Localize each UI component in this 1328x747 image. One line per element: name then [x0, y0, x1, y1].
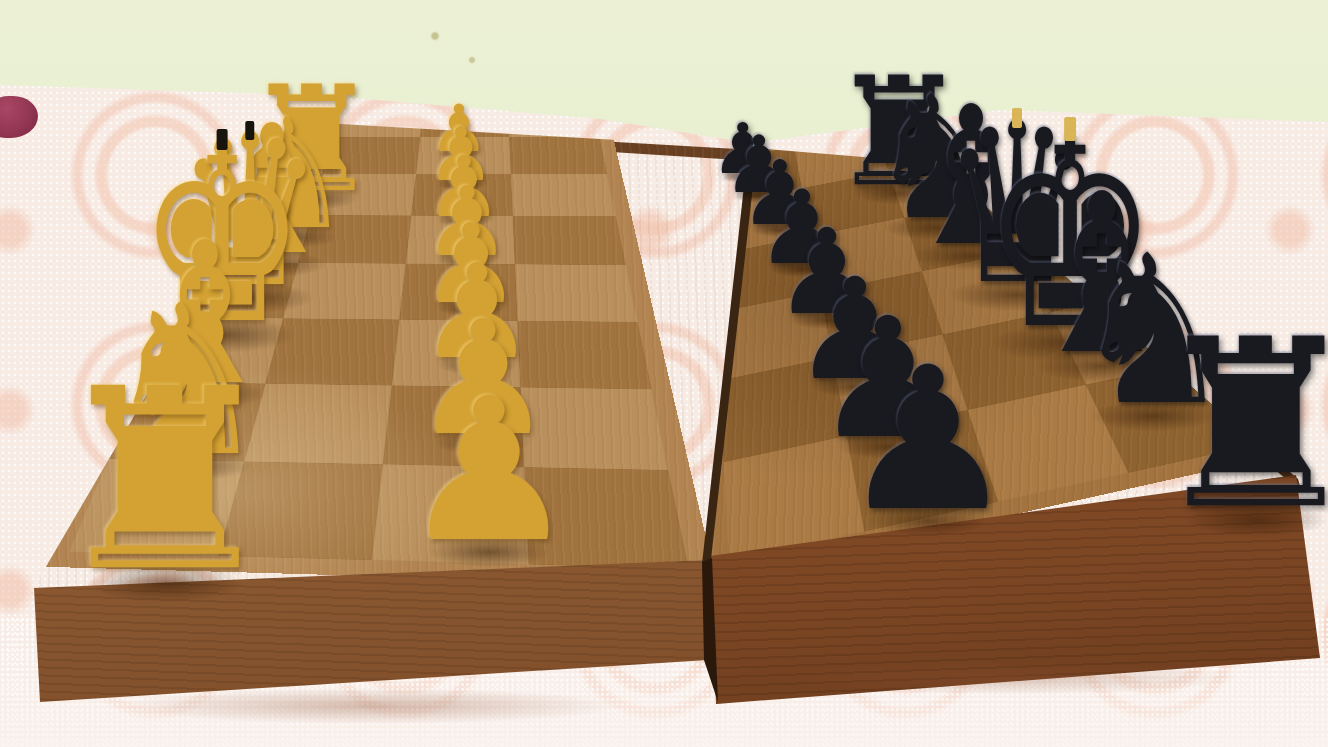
white-rook-glyph: ♜ — [47, 356, 282, 606]
piece-black-pawn-h7[interactable]: ♟ — [839, 341, 1017, 539]
piece-white-pawn-h2[interactable]: ♟ — [400, 372, 578, 570]
chess-photo-scene: ♜♞♝♚♛♝♞♜♟♟♟♟♟♟♟♟♟♟♟♟♟♟♟♟♜♞♝♚♛♝♞♜ — [0, 0, 1328, 747]
piece-black-rook-h8[interactable]: ♜ — [1152, 309, 1328, 541]
black-king-finial — [1064, 117, 1076, 141]
piece-white-rook-h1[interactable]: ♜ — [53, 356, 277, 606]
black-pawn-glyph: ♟ — [839, 341, 1017, 539]
black-rook-glyph: ♜ — [1147, 309, 1328, 541]
piece-layer: ♜♞♝♚♛♝♞♜♟♟♟♟♟♟♟♟♟♟♟♟♟♟♟♟♜♞♝♚♛♝♞♜ — [0, 0, 1328, 747]
white-pawn-glyph: ♟ — [400, 372, 578, 570]
white-king-finial — [217, 129, 228, 151]
